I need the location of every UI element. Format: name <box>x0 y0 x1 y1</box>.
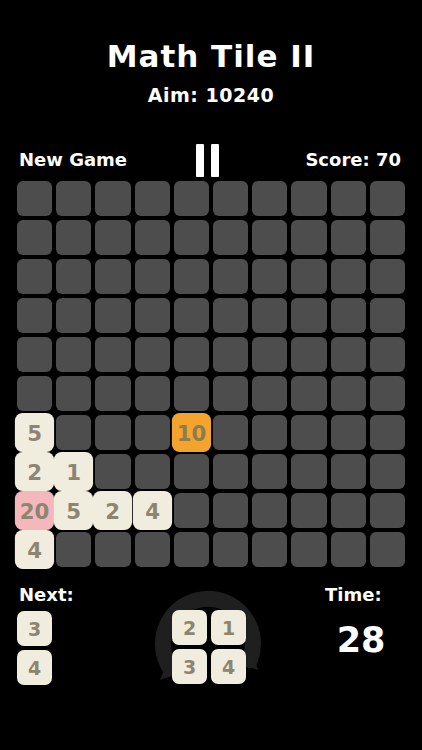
time-value: 28 <box>318 620 404 660</box>
board-cell[interactable] <box>252 415 287 450</box>
board-cell[interactable] <box>331 337 366 372</box>
board-cell[interactable] <box>331 493 366 528</box>
board-cell[interactable] <box>174 337 209 372</box>
board-cell[interactable] <box>135 220 170 255</box>
board-cell[interactable] <box>213 181 248 216</box>
board-cell[interactable] <box>95 376 130 411</box>
board-cell[interactable] <box>370 337 405 372</box>
board-cell[interactable] <box>213 220 248 255</box>
board-tile[interactable]: 2 <box>93 491 132 530</box>
board-cell[interactable] <box>331 298 366 333</box>
board-cell[interactable] <box>370 532 405 567</box>
board-tile[interactable]: 1 <box>54 452 93 491</box>
board-cell[interactable] <box>95 259 130 294</box>
board-tile[interactable]: 5 <box>15 413 54 452</box>
board-cell[interactable] <box>135 415 170 450</box>
board-cell[interactable] <box>370 259 405 294</box>
board-cell[interactable] <box>56 337 91 372</box>
board-tile[interactable]: 20 <box>15 491 54 530</box>
board-tile[interactable]: 2 <box>15 452 54 491</box>
board-tile[interactable]: 4 <box>132 491 171 530</box>
board-cell[interactable] <box>252 220 287 255</box>
board-cell[interactable] <box>17 376 52 411</box>
group-tile: 1 <box>211 610 246 645</box>
board-tile[interactable]: 5 <box>54 491 93 530</box>
board-cell[interactable] <box>370 415 405 450</box>
aim-label: Aim: 10240 <box>0 84 422 106</box>
board-cell[interactable] <box>252 376 287 411</box>
board-cell[interactable] <box>331 376 366 411</box>
pause-icon <box>211 144 219 177</box>
board-cell[interactable] <box>95 454 130 489</box>
board-cell[interactable] <box>95 532 130 567</box>
board-cell[interactable] <box>174 220 209 255</box>
board-cell[interactable] <box>252 454 287 489</box>
board-cell[interactable] <box>174 181 209 216</box>
board-cell[interactable] <box>213 493 248 528</box>
board-cell[interactable] <box>135 181 170 216</box>
board-cell[interactable] <box>291 532 326 567</box>
board-cell[interactable] <box>291 376 326 411</box>
board-cell[interactable] <box>174 376 209 411</box>
board-cell[interactable] <box>95 415 130 450</box>
board-cell[interactable] <box>252 298 287 333</box>
next-tile: 3 <box>17 611 52 646</box>
board-cell[interactable] <box>213 298 248 333</box>
game-board: 51021205244 <box>17 181 405 567</box>
board-cell[interactable] <box>17 259 52 294</box>
board-cell[interactable] <box>213 376 248 411</box>
board-cell[interactable] <box>291 337 326 372</box>
pause-icon <box>196 144 204 177</box>
board-tile[interactable]: 4 <box>15 530 54 569</box>
board-cell[interactable] <box>213 454 248 489</box>
board-cell[interactable] <box>17 220 52 255</box>
app-screen: Math Tile II Aim: 10240 New Game Score: … <box>0 0 422 750</box>
next-queue: 34 <box>17 611 52 685</box>
board-cell[interactable] <box>135 337 170 372</box>
pause-button[interactable] <box>196 144 219 177</box>
board-cell[interactable] <box>56 220 91 255</box>
board-cell[interactable] <box>56 376 91 411</box>
board-cell[interactable] <box>370 181 405 216</box>
board-cell[interactable] <box>252 532 287 567</box>
board-cell[interactable] <box>370 298 405 333</box>
board-cell[interactable] <box>174 259 209 294</box>
group-tile: 3 <box>172 649 207 684</box>
board-cell[interactable] <box>56 298 91 333</box>
app-title: Math Tile II <box>0 38 422 74</box>
board-cell[interactable] <box>331 415 366 450</box>
board-cell[interactable] <box>56 259 91 294</box>
board-cell[interactable] <box>17 337 52 372</box>
board-cell[interactable] <box>252 181 287 216</box>
board-tile[interactable]: 10 <box>172 413 211 452</box>
board-cell[interactable] <box>135 454 170 489</box>
board-cell[interactable] <box>252 337 287 372</box>
board-cell[interactable] <box>291 220 326 255</box>
board-cell[interactable] <box>95 181 130 216</box>
board-cell[interactable] <box>174 298 209 333</box>
board-cell[interactable] <box>17 298 52 333</box>
board-cell[interactable] <box>331 220 366 255</box>
board-cell[interactable] <box>370 220 405 255</box>
board-cell[interactable] <box>291 298 326 333</box>
board-cell[interactable] <box>56 415 91 450</box>
board-cell[interactable] <box>331 259 366 294</box>
board-cell[interactable] <box>213 415 248 450</box>
board-cell[interactable] <box>174 454 209 489</box>
board-cell[interactable] <box>370 493 405 528</box>
board-cell[interactable] <box>213 337 248 372</box>
board-cell[interactable] <box>213 259 248 294</box>
board-cell[interactable] <box>56 532 91 567</box>
board-cell[interactable] <box>135 532 170 567</box>
next-tile: 4 <box>17 650 52 685</box>
board-cell[interactable] <box>95 220 130 255</box>
board-cell[interactable] <box>252 259 287 294</box>
group-tile: 4 <box>211 649 246 684</box>
board-cell[interactable] <box>291 454 326 489</box>
board-cell[interactable] <box>213 532 248 567</box>
board-cell[interactable] <box>331 181 366 216</box>
board-cell[interactable] <box>370 376 405 411</box>
board-cell[interactable] <box>291 415 326 450</box>
time-label: Time: <box>325 584 382 605</box>
board-cell[interactable] <box>291 493 326 528</box>
board-cell[interactable] <box>174 532 209 567</box>
board-cell[interactable] <box>17 181 52 216</box>
group-tile: 2 <box>172 610 207 645</box>
next-label: Next: <box>19 584 74 605</box>
board-cell[interactable] <box>56 181 91 216</box>
board-cell[interactable] <box>291 259 326 294</box>
board-cell[interactable] <box>331 454 366 489</box>
board-cell[interactable] <box>135 298 170 333</box>
board-cell[interactable] <box>95 298 130 333</box>
board-cell[interactable] <box>370 454 405 489</box>
board-cell[interactable] <box>174 493 209 528</box>
board-cell[interactable] <box>331 532 366 567</box>
current-piece-group[interactable]: 2134 <box>172 610 246 684</box>
score-label: Score: 70 <box>305 149 401 170</box>
board-cell[interactable] <box>95 337 130 372</box>
board-cell[interactable] <box>291 181 326 216</box>
board-cell[interactable] <box>135 376 170 411</box>
new-game-button[interactable]: New Game <box>19 149 127 170</box>
board-cell[interactable] <box>252 493 287 528</box>
board-cell[interactable] <box>135 259 170 294</box>
